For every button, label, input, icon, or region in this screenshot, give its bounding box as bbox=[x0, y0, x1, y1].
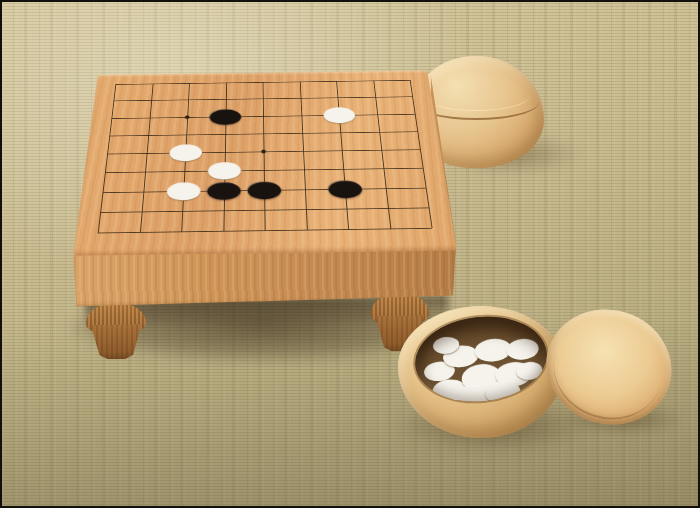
hoshi-point bbox=[185, 115, 190, 119]
stone-glyph: ● bbox=[166, 141, 204, 162]
bowl-white-stone[interactable]: ● bbox=[430, 332, 462, 356]
grid-line-vertical bbox=[299, 82, 307, 230]
board-top-wrap: ●●●●●●●● bbox=[73, 70, 457, 255]
leg-taper bbox=[86, 324, 146, 360]
grid-line-vertical bbox=[373, 81, 391, 229]
stone-glyph: ● bbox=[204, 177, 243, 200]
go-scene: ●●●●●●●● ●●●●●●●●●●● bbox=[0, 0, 700, 508]
grid-line-vertical bbox=[98, 84, 117, 232]
stone-glyph: ● bbox=[207, 105, 243, 125]
go-board-grid[interactable]: ●●●●●●●● bbox=[98, 80, 432, 233]
board-top-face: ●●●●●●●● bbox=[73, 70, 457, 255]
stone-glyph: ● bbox=[164, 178, 203, 201]
grid-line-vertical bbox=[410, 80, 433, 228]
stone-glyph: ● bbox=[325, 176, 365, 199]
hoshi-point bbox=[261, 150, 266, 154]
goban-table: ●●●●●●●● bbox=[0, 0, 700, 508]
stone-glyph: ● bbox=[245, 177, 283, 200]
grid-line-vertical bbox=[263, 82, 266, 230]
table-leg-front-left bbox=[86, 303, 147, 360]
stone-glyph: ● bbox=[320, 103, 357, 123]
open-go-bowl[interactable]: ●●●●●●●●●●● bbox=[398, 306, 564, 438]
grid-line-vertical bbox=[139, 84, 153, 232]
